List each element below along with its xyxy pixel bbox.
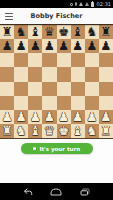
turn-banner-label: It's your turn bbox=[39, 146, 80, 152]
piece-white-knight: ♞ bbox=[16, 125, 27, 138]
square-h5[interactable] bbox=[99, 67, 113, 81]
square-h4[interactable] bbox=[99, 82, 113, 96]
square-b4[interactable] bbox=[14, 82, 28, 96]
piece-white-pawn: ♟ bbox=[16, 111, 27, 124]
square-e3[interactable] bbox=[57, 96, 71, 110]
piece-white-pawn: ♟ bbox=[44, 111, 55, 124]
square-d5[interactable] bbox=[42, 67, 56, 81]
square-e7[interactable]: ♟ bbox=[57, 39, 71, 53]
notification-icon bbox=[70, 3, 73, 6]
square-d4[interactable] bbox=[42, 82, 56, 96]
piece-white-pawn: ♟ bbox=[72, 111, 83, 124]
square-g5[interactable] bbox=[85, 67, 99, 81]
wifi-icon bbox=[79, 2, 83, 6]
piece-black-pawn: ♟ bbox=[58, 40, 69, 53]
square-e4[interactable] bbox=[57, 82, 71, 96]
app-bar: Bobby Fischer bbox=[0, 8, 113, 24]
square-a6[interactable] bbox=[0, 53, 14, 67]
piece-white-pawn: ♟ bbox=[86, 111, 97, 124]
piece-black-pawn: ♟ bbox=[100, 40, 111, 53]
piece-white-rook: ♜ bbox=[1, 125, 12, 138]
square-f8[interactable]: ♝ bbox=[71, 25, 85, 39]
square-g2[interactable]: ♟ bbox=[85, 110, 99, 124]
piece-black-bishop: ♝ bbox=[72, 26, 83, 39]
square-b1[interactable]: ♞ bbox=[14, 124, 28, 138]
status-bar: 02:31 bbox=[0, 0, 113, 8]
piece-white-bishop: ♝ bbox=[30, 125, 41, 138]
square-b8[interactable]: ♞ bbox=[14, 25, 28, 39]
piece-white-pawn: ♟ bbox=[1, 111, 12, 124]
piece-white-rook: ♜ bbox=[100, 125, 111, 138]
chess-board[interactable]: ♜♞♝♛♚♝♞♜♟♟♟♟♟♟♟♟♟♟♟♟♟♟♟♟♜♞♝♛♚♝♞♜ bbox=[0, 24, 113, 139]
piece-white-queen: ♛ bbox=[44, 125, 55, 138]
square-a8[interactable]: ♜ bbox=[0, 25, 14, 39]
square-f2[interactable]: ♟ bbox=[71, 110, 85, 124]
square-f4[interactable] bbox=[71, 82, 85, 96]
square-a3[interactable] bbox=[0, 96, 14, 110]
square-e8[interactable]: ♚ bbox=[57, 25, 71, 39]
piece-black-rook: ♜ bbox=[100, 26, 111, 39]
piece-black-knight: ♞ bbox=[16, 26, 27, 39]
piece-black-pawn: ♟ bbox=[30, 40, 41, 53]
piece-black-knight: ♞ bbox=[86, 26, 97, 39]
phone-screen: 02:31 Bobby Fischer ♜♞♝♛♚♝♞♜♟♟♟♟♟♟♟♟♟♟♟♟… bbox=[0, 0, 113, 200]
square-d2[interactable]: ♟ bbox=[42, 110, 56, 124]
square-e6[interactable] bbox=[57, 53, 71, 67]
square-d3[interactable] bbox=[42, 96, 56, 110]
square-e2[interactable]: ♟ bbox=[57, 110, 71, 124]
piece-white-knight: ♞ bbox=[86, 125, 97, 138]
piece-black-pawn: ♟ bbox=[16, 40, 27, 53]
hamburger-menu-icon[interactable] bbox=[5, 13, 13, 20]
piece-black-pawn: ♟ bbox=[1, 40, 12, 53]
piece-black-queen: ♛ bbox=[44, 26, 55, 39]
piece-white-pawn: ♟ bbox=[30, 111, 41, 124]
square-f5[interactable] bbox=[71, 67, 85, 81]
square-h6[interactable] bbox=[99, 53, 113, 67]
square-a2[interactable]: ♟ bbox=[0, 110, 14, 124]
square-d1[interactable]: ♛ bbox=[42, 124, 56, 138]
signal-icon bbox=[85, 2, 89, 6]
square-f3[interactable] bbox=[71, 96, 85, 110]
square-c7[interactable]: ♟ bbox=[28, 39, 42, 53]
piece-black-pawn: ♟ bbox=[44, 40, 55, 53]
square-a1[interactable]: ♜ bbox=[0, 124, 14, 138]
square-d6[interactable] bbox=[42, 53, 56, 67]
piece-black-bishop: ♝ bbox=[30, 26, 41, 39]
square-b3[interactable] bbox=[14, 96, 28, 110]
square-a7[interactable]: ♟ bbox=[0, 39, 14, 53]
square-b7[interactable]: ♟ bbox=[14, 39, 28, 53]
square-h7[interactable]: ♟ bbox=[99, 39, 113, 53]
square-c5[interactable] bbox=[28, 67, 42, 81]
piece-white-king: ♚ bbox=[58, 125, 69, 138]
android-nav-bar bbox=[0, 183, 113, 200]
status-time: 02:31 bbox=[97, 0, 111, 8]
square-g7[interactable]: ♟ bbox=[85, 39, 99, 53]
square-a4[interactable] bbox=[0, 82, 14, 96]
square-h2[interactable]: ♟ bbox=[99, 110, 113, 124]
recents-icon[interactable] bbox=[79, 187, 91, 197]
board-container: ♜♞♝♛♚♝♞♜♟♟♟♟♟♟♟♟♟♟♟♟♟♟♟♟♜♞♝♛♚♝♞♜ bbox=[0, 24, 113, 139]
square-c1[interactable]: ♝ bbox=[28, 124, 42, 138]
square-d8[interactable]: ♛ bbox=[42, 25, 56, 39]
square-b5[interactable] bbox=[14, 67, 28, 81]
square-a5[interactable] bbox=[0, 67, 14, 81]
square-f7[interactable]: ♟ bbox=[71, 39, 85, 53]
vibrate-icon bbox=[75, 2, 77, 6]
piece-black-king: ♚ bbox=[58, 26, 69, 39]
piece-black-pawn: ♟ bbox=[86, 40, 97, 53]
square-h8[interactable]: ♜ bbox=[99, 25, 113, 39]
square-c6[interactable] bbox=[28, 53, 42, 67]
piece-black-rook: ♜ bbox=[1, 26, 12, 39]
piece-white-pawn: ♟ bbox=[100, 111, 111, 124]
home-icon[interactable] bbox=[50, 187, 62, 197]
square-d7[interactable]: ♟ bbox=[42, 39, 56, 53]
square-h3[interactable] bbox=[99, 96, 113, 110]
square-f1[interactable]: ♝ bbox=[71, 124, 85, 138]
square-b6[interactable] bbox=[14, 53, 28, 67]
square-g8[interactable]: ♞ bbox=[85, 25, 99, 39]
square-f6[interactable] bbox=[71, 53, 85, 67]
white-dot-icon bbox=[33, 147, 37, 151]
square-e1[interactable]: ♚ bbox=[57, 124, 71, 138]
square-g6[interactable] bbox=[85, 53, 99, 67]
piece-white-bishop: ♝ bbox=[72, 125, 83, 138]
opponent-name-title: Bobby Fischer bbox=[0, 12, 113, 20]
square-h1[interactable]: ♜ bbox=[99, 124, 113, 138]
square-c4[interactable] bbox=[28, 82, 42, 96]
square-c3[interactable] bbox=[28, 96, 42, 110]
square-b2[interactable]: ♟ bbox=[14, 110, 28, 124]
square-g3[interactable] bbox=[85, 96, 99, 110]
square-g4[interactable] bbox=[85, 82, 99, 96]
square-c8[interactable]: ♝ bbox=[28, 25, 42, 39]
battery-icon bbox=[91, 2, 94, 7]
piece-white-pawn: ♟ bbox=[58, 111, 69, 124]
square-c2[interactable]: ♟ bbox=[28, 110, 42, 124]
turn-banner-area: It's your turn bbox=[0, 139, 113, 183]
piece-black-pawn: ♟ bbox=[72, 40, 83, 53]
turn-banner[interactable]: It's your turn bbox=[21, 143, 93, 154]
back-icon[interactable] bbox=[22, 187, 34, 197]
square-e5[interactable] bbox=[57, 67, 71, 81]
square-g1[interactable]: ♞ bbox=[85, 124, 99, 138]
